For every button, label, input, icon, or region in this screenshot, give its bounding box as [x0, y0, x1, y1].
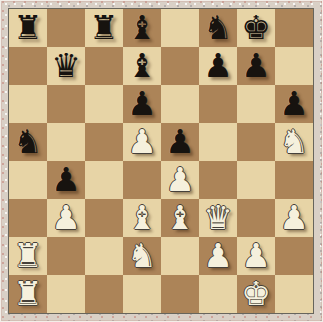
black-bishop-d8[interactable]: ♝	[127, 9, 157, 47]
white-pawn-f2[interactable]: ♟	[203, 237, 233, 275]
square-c1[interactable]	[85, 275, 123, 313]
square-h6[interactable]: ♟	[275, 85, 313, 123]
square-c8[interactable]: ♜	[85, 9, 123, 47]
square-c6[interactable]	[85, 85, 123, 123]
square-c7[interactable]	[85, 47, 123, 85]
white-knight-h5[interactable]: ♞	[279, 123, 309, 161]
square-a5[interactable]: ♞	[9, 123, 47, 161]
square-e6[interactable]	[161, 85, 199, 123]
square-f6[interactable]	[199, 85, 237, 123]
square-f7[interactable]: ♟	[199, 47, 237, 85]
square-d3[interactable]: ♝	[123, 199, 161, 237]
square-e1[interactable]	[161, 275, 199, 313]
square-h5[interactable]: ♞	[275, 123, 313, 161]
square-c4[interactable]	[85, 161, 123, 199]
square-f2[interactable]: ♟	[199, 237, 237, 275]
white-rook-a1[interactable]: ♜	[13, 275, 43, 313]
white-pawn-h3[interactable]: ♟	[279, 199, 309, 237]
square-g6[interactable]	[237, 85, 275, 123]
square-e7[interactable]	[161, 47, 199, 85]
black-pawn-g7[interactable]: ♟	[241, 47, 271, 85]
square-f5[interactable]	[199, 123, 237, 161]
square-b4[interactable]: ♟	[47, 161, 85, 199]
square-a3[interactable]	[9, 199, 47, 237]
square-g5[interactable]	[237, 123, 275, 161]
square-c2[interactable]	[85, 237, 123, 275]
square-h7[interactable]	[275, 47, 313, 85]
square-g1[interactable]: ♚	[237, 275, 275, 313]
square-g8[interactable]: ♚	[237, 9, 275, 47]
white-pawn-e4[interactable]: ♟	[165, 161, 195, 199]
square-e8[interactable]	[161, 9, 199, 47]
square-f4[interactable]	[199, 161, 237, 199]
black-pawn-f7[interactable]: ♟	[203, 47, 233, 85]
square-e4[interactable]: ♟	[161, 161, 199, 199]
square-a4[interactable]	[9, 161, 47, 199]
square-c5[interactable]	[85, 123, 123, 161]
square-d8[interactable]: ♝	[123, 9, 161, 47]
square-a7[interactable]	[9, 47, 47, 85]
square-d4[interactable]	[123, 161, 161, 199]
square-b1[interactable]	[47, 275, 85, 313]
black-knight-a5[interactable]: ♞	[13, 123, 43, 161]
black-rook-a8[interactable]: ♜	[13, 9, 43, 47]
square-g3[interactable]	[237, 199, 275, 237]
black-pawn-d6[interactable]: ♟	[127, 85, 157, 123]
square-f1[interactable]	[199, 275, 237, 313]
square-a1[interactable]: ♜	[9, 275, 47, 313]
square-b5[interactable]	[47, 123, 85, 161]
black-knight-f8[interactable]: ♞	[203, 9, 233, 47]
black-bishop-d7[interactable]: ♝	[127, 47, 157, 85]
square-b7[interactable]: ♛	[47, 47, 85, 85]
square-c3[interactable]	[85, 199, 123, 237]
square-d6[interactable]: ♟	[123, 85, 161, 123]
square-g7[interactable]: ♟	[237, 47, 275, 85]
square-a6[interactable]	[9, 85, 47, 123]
square-b3[interactable]: ♟	[47, 199, 85, 237]
white-queen-f3[interactable]: ♛	[203, 199, 233, 237]
board-frame: ♜♜♝♞♚♛♝♟♟♟♟♞♟♟♞♟♟♟♝♝♛♟♜♞♟♟♜♚	[0, 0, 323, 322]
square-h3[interactable]: ♟	[275, 199, 313, 237]
black-pawn-h6[interactable]: ♟	[279, 85, 309, 123]
square-h4[interactable]	[275, 161, 313, 199]
square-d7[interactable]: ♝	[123, 47, 161, 85]
white-knight-d2[interactable]: ♞	[127, 237, 157, 275]
white-pawn-d5[interactable]: ♟	[127, 123, 157, 161]
black-pawn-b4[interactable]: ♟	[51, 161, 81, 199]
square-e5[interactable]: ♟	[161, 123, 199, 161]
square-d1[interactable]	[123, 275, 161, 313]
square-e2[interactable]	[161, 237, 199, 275]
square-f3[interactable]: ♛	[199, 199, 237, 237]
square-h1[interactable]	[275, 275, 313, 313]
square-e3[interactable]: ♝	[161, 199, 199, 237]
black-queen-b7[interactable]: ♛	[51, 47, 81, 85]
black-rook-c8[interactable]: ♜	[89, 9, 119, 47]
chess-board: ♜♜♝♞♚♛♝♟♟♟♟♞♟♟♞♟♟♟♝♝♛♟♜♞♟♟♜♚	[8, 8, 314, 314]
square-d2[interactable]: ♞	[123, 237, 161, 275]
square-g4[interactable]	[237, 161, 275, 199]
square-a8[interactable]: ♜	[9, 9, 47, 47]
square-d5[interactable]: ♟	[123, 123, 161, 161]
white-bishop-e3[interactable]: ♝	[165, 199, 195, 237]
white-king-g1[interactable]: ♚	[241, 275, 271, 313]
square-h8[interactable]	[275, 9, 313, 47]
square-h2[interactable]	[275, 237, 313, 275]
black-king-g8[interactable]: ♚	[241, 9, 271, 47]
square-f8[interactable]: ♞	[199, 9, 237, 47]
white-bishop-d3[interactable]: ♝	[127, 199, 157, 237]
square-g2[interactable]: ♟	[237, 237, 275, 275]
black-pawn-e5[interactable]: ♟	[165, 123, 195, 161]
square-b2[interactable]	[47, 237, 85, 275]
square-a2[interactable]: ♜	[9, 237, 47, 275]
white-pawn-g2[interactable]: ♟	[241, 237, 271, 275]
white-pawn-b3[interactable]: ♟	[51, 199, 81, 237]
white-rook-a2[interactable]: ♜	[13, 237, 43, 275]
square-b6[interactable]	[47, 85, 85, 123]
square-b8[interactable]	[47, 9, 85, 47]
